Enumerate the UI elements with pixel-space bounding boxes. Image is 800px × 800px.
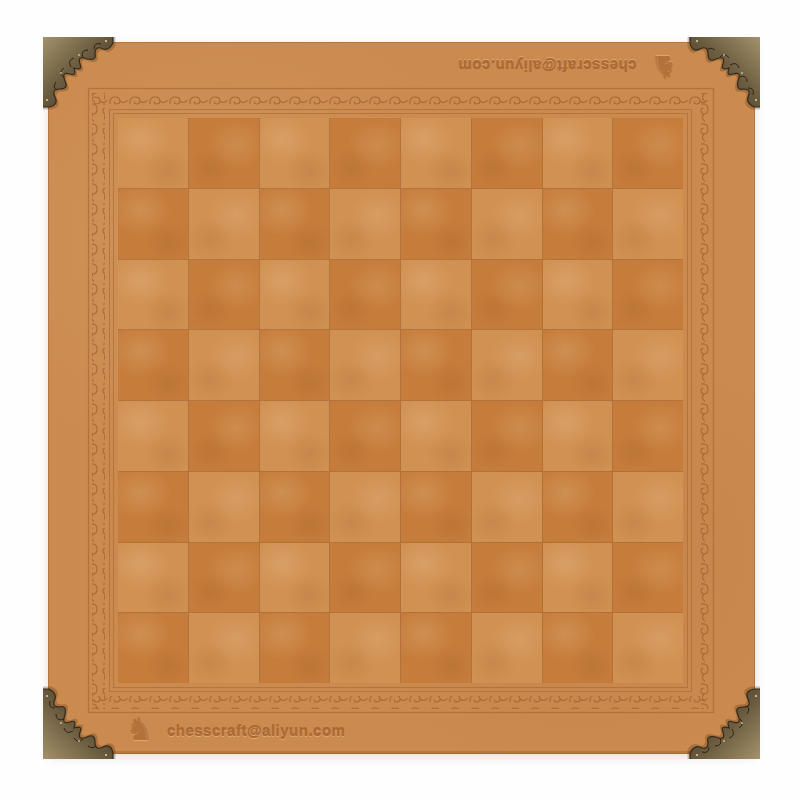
corner-protector-top-left bbox=[43, 37, 133, 127]
square-a6 bbox=[118, 260, 188, 330]
branding-bottom: ♞ chesscraft@aliyun.com bbox=[126, 713, 345, 747]
square-c2 bbox=[260, 543, 330, 613]
square-g7 bbox=[543, 189, 613, 259]
branding-top: ♞ chesscraft@aliyun.com bbox=[458, 49, 677, 83]
square-c3 bbox=[260, 472, 330, 542]
square-f1 bbox=[472, 613, 542, 683]
square-a2 bbox=[118, 543, 188, 613]
square-a3 bbox=[118, 472, 188, 542]
square-e7 bbox=[401, 189, 471, 259]
square-c7 bbox=[260, 189, 330, 259]
square-e6 bbox=[401, 260, 471, 330]
square-a1 bbox=[118, 613, 188, 683]
knight-logo-icon: ♞ bbox=[650, 51, 677, 81]
knight-logo-icon: ♞ bbox=[126, 715, 153, 745]
square-h8 bbox=[613, 118, 683, 188]
square-h2 bbox=[613, 543, 683, 613]
square-b5 bbox=[189, 330, 259, 400]
square-g4 bbox=[543, 401, 613, 471]
chess-board bbox=[118, 118, 683, 683]
square-g5 bbox=[543, 330, 613, 400]
square-f2 bbox=[472, 543, 542, 613]
square-h3 bbox=[613, 472, 683, 542]
square-h5 bbox=[613, 330, 683, 400]
product-photo: ♞ chesscraft@aliyun.com ♞ chesscraft@ali… bbox=[0, 0, 800, 800]
square-f6 bbox=[472, 260, 542, 330]
square-f7 bbox=[472, 189, 542, 259]
brand-email-text: chesscraft@aliyun.com bbox=[458, 58, 637, 75]
square-d5 bbox=[330, 330, 400, 400]
square-g1 bbox=[543, 613, 613, 683]
square-a4 bbox=[118, 401, 188, 471]
square-e4 bbox=[401, 401, 471, 471]
square-a7 bbox=[118, 189, 188, 259]
corner-protector-bottom-right bbox=[670, 669, 760, 759]
square-a8 bbox=[118, 118, 188, 188]
square-c6 bbox=[260, 260, 330, 330]
square-h7 bbox=[613, 189, 683, 259]
square-b2 bbox=[189, 543, 259, 613]
square-e5 bbox=[401, 330, 471, 400]
square-g2 bbox=[543, 543, 613, 613]
square-c5 bbox=[260, 330, 330, 400]
square-e8 bbox=[401, 118, 471, 188]
square-d4 bbox=[330, 401, 400, 471]
square-f3 bbox=[472, 472, 542, 542]
square-e2 bbox=[401, 543, 471, 613]
square-c4 bbox=[260, 401, 330, 471]
square-d2 bbox=[330, 543, 400, 613]
square-c1 bbox=[260, 613, 330, 683]
corner-protector-top-right bbox=[670, 37, 760, 127]
square-d1 bbox=[330, 613, 400, 683]
square-b6 bbox=[189, 260, 259, 330]
square-d8 bbox=[330, 118, 400, 188]
square-d3 bbox=[330, 472, 400, 542]
square-g8 bbox=[543, 118, 613, 188]
square-b4 bbox=[189, 401, 259, 471]
square-h1 bbox=[613, 613, 683, 683]
brand-email-text: chesscraft@aliyun.com bbox=[167, 722, 346, 739]
square-d6 bbox=[330, 260, 400, 330]
chess-mat: ♞ chesscraft@aliyun.com ♞ chesscraft@ali… bbox=[48, 42, 755, 754]
square-e3 bbox=[401, 472, 471, 542]
square-f8 bbox=[472, 118, 542, 188]
square-g3 bbox=[543, 472, 613, 542]
square-h6 bbox=[613, 260, 683, 330]
square-e1 bbox=[401, 613, 471, 683]
square-b7 bbox=[189, 189, 259, 259]
square-b3 bbox=[189, 472, 259, 542]
square-f4 bbox=[472, 401, 542, 471]
square-a5 bbox=[118, 330, 188, 400]
square-b8 bbox=[189, 118, 259, 188]
square-c8 bbox=[260, 118, 330, 188]
square-h4 bbox=[613, 401, 683, 471]
square-g6 bbox=[543, 260, 613, 330]
square-f5 bbox=[472, 330, 542, 400]
square-d7 bbox=[330, 189, 400, 259]
square-b1 bbox=[189, 613, 259, 683]
